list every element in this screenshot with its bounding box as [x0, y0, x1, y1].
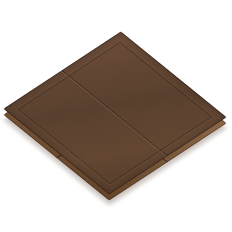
chess-set-product-photo	[0, 0, 232, 232]
chess-board	[3, 31, 226, 194]
